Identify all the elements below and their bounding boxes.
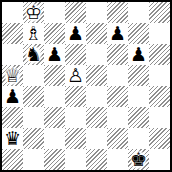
square-a6[interactable]: [2, 44, 23, 65]
square-d4[interactable]: [65, 86, 86, 107]
square-b5[interactable]: [23, 65, 44, 86]
square-a2[interactable]: ♛: [2, 128, 23, 149]
square-g4[interactable]: [128, 86, 149, 107]
square-c7[interactable]: [44, 23, 65, 44]
piece-white-queen: ♕: [2, 65, 23, 86]
square-c2[interactable]: [44, 128, 65, 149]
square-g5[interactable]: [128, 65, 149, 86]
piece-white-pawn: ♙: [65, 65, 86, 86]
piece-black-pawn: ♟: [128, 44, 149, 65]
square-c6[interactable]: ♟: [44, 44, 65, 65]
square-b4[interactable]: [23, 86, 44, 107]
square-h5[interactable]: [149, 65, 170, 86]
piece-black-pawn: ♟: [44, 44, 65, 65]
square-a1[interactable]: [2, 149, 23, 170]
square-f8[interactable]: [107, 2, 128, 23]
square-g6[interactable]: ♟: [128, 44, 149, 65]
square-f4[interactable]: [107, 86, 128, 107]
square-e8[interactable]: [86, 2, 107, 23]
square-b7[interactable]: ♗: [23, 23, 44, 44]
square-e5[interactable]: [86, 65, 107, 86]
piece-black-pawn: ♟: [65, 23, 86, 44]
square-a7[interactable]: [2, 23, 23, 44]
square-b1[interactable]: [23, 149, 44, 170]
square-d2[interactable]: [65, 128, 86, 149]
piece-white-king: ♔: [23, 2, 44, 23]
square-h8[interactable]: [149, 2, 170, 23]
square-h2[interactable]: [149, 128, 170, 149]
square-g2[interactable]: [128, 128, 149, 149]
piece-black-pawn: ♟: [107, 23, 128, 44]
square-d8[interactable]: [65, 2, 86, 23]
chess-board-frame: ♔♗♟♟♞♟♟♕♙♟♛♚: [0, 0, 172, 172]
square-h4[interactable]: [149, 86, 170, 107]
square-e2[interactable]: [86, 128, 107, 149]
square-g1[interactable]: ♚: [128, 149, 149, 170]
square-b8[interactable]: ♔: [23, 2, 44, 23]
square-d7[interactable]: ♟: [65, 23, 86, 44]
square-h7[interactable]: [149, 23, 170, 44]
square-f3[interactable]: [107, 107, 128, 128]
square-f7[interactable]: ♟: [107, 23, 128, 44]
square-a3[interactable]: [2, 107, 23, 128]
square-f2[interactable]: [107, 128, 128, 149]
square-c3[interactable]: [44, 107, 65, 128]
square-g8[interactable]: [128, 2, 149, 23]
square-d5[interactable]: ♙: [65, 65, 86, 86]
square-b2[interactable]: [23, 128, 44, 149]
square-a8[interactable]: [2, 2, 23, 23]
square-g7[interactable]: [128, 23, 149, 44]
square-c1[interactable]: [44, 149, 65, 170]
piece-black-queen: ♛: [2, 128, 23, 149]
square-b6[interactable]: ♞: [23, 44, 44, 65]
square-e3[interactable]: [86, 107, 107, 128]
square-h1[interactable]: [149, 149, 170, 170]
square-h6[interactable]: [149, 44, 170, 65]
square-f1[interactable]: [107, 149, 128, 170]
square-a4[interactable]: ♟: [2, 86, 23, 107]
square-f5[interactable]: [107, 65, 128, 86]
piece-black-pawn: ♟: [2, 86, 23, 107]
square-c8[interactable]: [44, 2, 65, 23]
square-e4[interactable]: [86, 86, 107, 107]
square-e1[interactable]: [86, 149, 107, 170]
square-e7[interactable]: [86, 23, 107, 44]
chess-board: ♔♗♟♟♞♟♟♕♙♟♛♚: [2, 2, 170, 170]
piece-black-knight: ♞: [23, 44, 44, 65]
square-a5[interactable]: ♕: [2, 65, 23, 86]
square-g3[interactable]: [128, 107, 149, 128]
square-e6[interactable]: [86, 44, 107, 65]
square-d1[interactable]: [65, 149, 86, 170]
square-d6[interactable]: [65, 44, 86, 65]
square-h3[interactable]: [149, 107, 170, 128]
square-f6[interactable]: [107, 44, 128, 65]
square-c5[interactable]: [44, 65, 65, 86]
square-b3[interactable]: [23, 107, 44, 128]
piece-white-bishop: ♗: [23, 23, 44, 44]
piece-black-king: ♚: [128, 149, 149, 170]
square-c4[interactable]: [44, 86, 65, 107]
square-d3[interactable]: [65, 107, 86, 128]
